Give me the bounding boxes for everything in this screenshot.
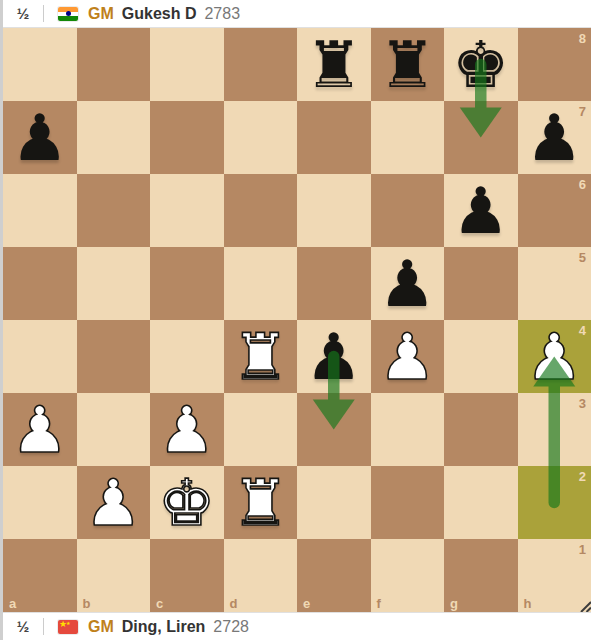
- square-d5[interactable]: [224, 247, 298, 320]
- square-g1[interactable]: g: [444, 539, 518, 612]
- white-rook-d4[interactable]: ♜: [224, 320, 298, 393]
- square-b2[interactable]: ♟: [77, 466, 151, 539]
- square-c5[interactable]: [150, 247, 224, 320]
- square-d6[interactable]: [224, 174, 298, 247]
- player-bar-bottom: ½ ★★ GM Ding, Liren 2728: [3, 612, 591, 640]
- square-c2[interactable]: ♚: [150, 466, 224, 539]
- square-b8[interactable]: [77, 28, 151, 101]
- bottom-player-title: GM: [88, 618, 114, 636]
- coord-rank-6: 6: [579, 178, 586, 191]
- square-c3[interactable]: ♟: [150, 393, 224, 466]
- bottom-player-name: Ding, Liren: [122, 618, 206, 636]
- square-a1[interactable]: a: [3, 539, 77, 612]
- square-d3[interactable]: [224, 393, 298, 466]
- small-stars-icon: ★: [66, 616, 70, 630]
- square-e6[interactable]: [297, 174, 371, 247]
- square-h2[interactable]: 2: [518, 466, 591, 539]
- coord-file-a: a: [9, 597, 16, 610]
- square-h8[interactable]: 8: [518, 28, 591, 101]
- white-pawn-f4[interactable]: ♟: [371, 320, 445, 393]
- black-rook-f8[interactable]: ♜: [371, 28, 445, 101]
- white-pawn-a3[interactable]: ♟: [3, 393, 77, 466]
- square-c8[interactable]: [150, 28, 224, 101]
- square-e7[interactable]: [297, 101, 371, 174]
- top-player-name: Gukesh D: [122, 5, 197, 23]
- square-a8[interactable]: [3, 28, 77, 101]
- broadcast-board-widget: ½ GM Gukesh D 2783 ♜♜♚8♟7♟♟6♟5♜♟♟4♟♟♟3♟♚…: [3, 0, 591, 640]
- square-e2[interactable]: [297, 466, 371, 539]
- square-d2[interactable]: ♜: [224, 466, 298, 539]
- coord-rank-1: 1: [579, 543, 586, 556]
- ashoka-chakra-icon: [66, 11, 71, 16]
- white-rook-d2[interactable]: ♜: [224, 466, 298, 539]
- square-g3[interactable]: [444, 393, 518, 466]
- square-b5[interactable]: [77, 247, 151, 320]
- coord-file-e: e: [303, 597, 310, 610]
- square-a5[interactable]: [3, 247, 77, 320]
- square-f1[interactable]: f: [371, 539, 445, 612]
- square-a4[interactable]: [3, 320, 77, 393]
- coord-file-b: b: [83, 597, 91, 610]
- square-a6[interactable]: [3, 174, 77, 247]
- player-bar-top: ½ GM Gukesh D 2783: [3, 0, 591, 28]
- score-divider: [43, 5, 44, 22]
- coord-file-g: g: [450, 597, 458, 610]
- square-f6[interactable]: [371, 174, 445, 247]
- square-e3[interactable]: [297, 393, 371, 466]
- square-d4[interactable]: ♜: [224, 320, 298, 393]
- coord-file-h: h: [524, 597, 532, 610]
- top-player-title: GM: [88, 5, 114, 23]
- square-e1[interactable]: e: [297, 539, 371, 612]
- square-a3[interactable]: ♟: [3, 393, 77, 466]
- coord-rank-2: 2: [579, 470, 586, 483]
- chess-board[interactable]: ♜♜♚8♟7♟♟6♟5♜♟♟4♟♟♟3♟♚♜2abcdefg1h: [3, 28, 591, 612]
- black-pawn-e4[interactable]: ♟: [297, 320, 371, 393]
- square-b3[interactable]: [77, 393, 151, 466]
- coord-file-c: c: [156, 597, 163, 610]
- square-e5[interactable]: [297, 247, 371, 320]
- square-b4[interactable]: [77, 320, 151, 393]
- black-rook-e8[interactable]: ♜: [297, 28, 371, 101]
- white-king-c2[interactable]: ♚: [150, 466, 224, 539]
- coord-rank-5: 5: [579, 251, 586, 264]
- square-f3[interactable]: [371, 393, 445, 466]
- square-h7[interactable]: 7♟: [518, 101, 591, 174]
- square-f2[interactable]: [371, 466, 445, 539]
- black-pawn-a7[interactable]: ♟: [3, 101, 77, 174]
- china-flag-icon: ★★: [58, 620, 78, 634]
- square-b1[interactable]: b: [77, 539, 151, 612]
- coord-rank-8: 8: [579, 32, 586, 45]
- square-h3[interactable]: 3: [518, 393, 591, 466]
- square-f8[interactable]: ♜: [371, 28, 445, 101]
- square-c1[interactable]: c: [150, 539, 224, 612]
- black-pawn-g6[interactable]: ♟: [444, 174, 518, 247]
- square-g2[interactable]: [444, 466, 518, 539]
- square-e4[interactable]: ♟: [297, 320, 371, 393]
- square-d1[interactable]: d: [224, 539, 298, 612]
- square-b6[interactable]: [77, 174, 151, 247]
- square-a7[interactable]: ♟: [3, 101, 77, 174]
- square-c4[interactable]: [150, 320, 224, 393]
- square-d7[interactable]: [224, 101, 298, 174]
- white-pawn-b2[interactable]: ♟: [77, 466, 151, 539]
- black-pawn-f5[interactable]: ♟: [371, 247, 445, 320]
- square-c7[interactable]: [150, 101, 224, 174]
- square-f4[interactable]: ♟: [371, 320, 445, 393]
- india-flag-icon: [58, 7, 78, 21]
- square-g5[interactable]: [444, 247, 518, 320]
- bottom-player-rating: 2728: [213, 618, 249, 636]
- square-g4[interactable]: [444, 320, 518, 393]
- square-h4[interactable]: 4♟: [518, 320, 591, 393]
- square-g8[interactable]: ♚: [444, 28, 518, 101]
- coord-rank-3: 3: [579, 397, 586, 410]
- black-king-g8[interactable]: ♚: [444, 28, 518, 101]
- board-resize-handle-icon[interactable]: [576, 597, 591, 612]
- square-e8[interactable]: ♜: [297, 28, 371, 101]
- white-pawn-c3[interactable]: ♟: [150, 393, 224, 466]
- square-c6[interactable]: [150, 174, 224, 247]
- coord-file-f: f: [377, 597, 381, 610]
- square-f7[interactable]: [371, 101, 445, 174]
- square-g7[interactable]: [444, 101, 518, 174]
- coord-file-d: d: [230, 597, 238, 610]
- square-b7[interactable]: [77, 101, 151, 174]
- square-h6[interactable]: 6: [518, 174, 591, 247]
- square-f5[interactable]: ♟: [371, 247, 445, 320]
- bottom-player-score: ½: [3, 618, 43, 635]
- top-player-rating: 2783: [204, 5, 240, 23]
- square-h5[interactable]: 5: [518, 247, 591, 320]
- black-pawn-h7[interactable]: ♟: [518, 101, 591, 174]
- square-a2[interactable]: [3, 466, 77, 539]
- score-divider: [43, 618, 44, 635]
- top-player-score: ½: [3, 5, 43, 22]
- square-g6[interactable]: ♟: [444, 174, 518, 247]
- square-d8[interactable]: [224, 28, 298, 101]
- white-pawn-h4[interactable]: ♟: [518, 320, 591, 393]
